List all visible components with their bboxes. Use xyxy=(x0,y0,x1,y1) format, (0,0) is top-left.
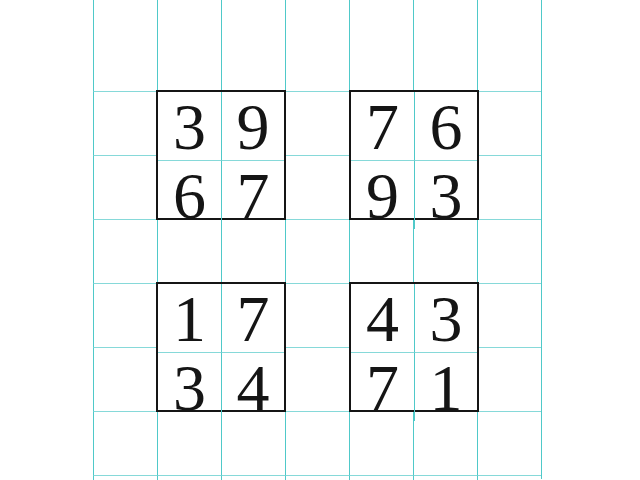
grid-cell xyxy=(93,347,157,411)
grid-cell xyxy=(285,283,349,347)
grid-cell xyxy=(157,0,221,91)
grid-cell xyxy=(477,155,541,219)
cell-bottom-left-r1c1: 1 xyxy=(158,284,221,352)
number-box-top-left: 3 9 6 7 xyxy=(156,90,286,220)
grid-cell xyxy=(349,0,413,91)
puzzle-stage: 3 9 6 7 7 6 9 3 1 7 3 4 4 3 7 1 xyxy=(0,0,640,480)
grid-cell xyxy=(477,411,541,475)
cell-top-right-r2c2: 3 xyxy=(414,160,477,229)
grid-cell xyxy=(285,91,349,155)
grid-cell xyxy=(93,91,157,155)
grid-cell xyxy=(285,155,349,219)
grid-cell xyxy=(285,0,349,91)
cell-top-right-r1c2: 6 xyxy=(414,92,477,160)
grid-cell xyxy=(93,219,157,283)
cell-top-left-r1c1: 3 xyxy=(158,92,221,160)
grid-cell xyxy=(349,475,413,480)
grid-cell xyxy=(93,411,157,475)
cell-bottom-right-r2c1: 7 xyxy=(351,352,414,421)
grid-cell xyxy=(477,0,541,91)
grid-cell xyxy=(477,219,541,283)
grid-cell xyxy=(221,475,285,480)
cell-top-left-r2c2: 7 xyxy=(221,160,284,229)
grid-cell xyxy=(285,411,349,475)
grid-cell xyxy=(93,283,157,347)
cell-bottom-right-r1c1: 4 xyxy=(351,284,414,352)
cell-top-left-r1c2: 9 xyxy=(221,92,284,160)
cell-bottom-right-r1c2: 3 xyxy=(414,284,477,352)
grid-cell xyxy=(93,155,157,219)
grid-cell xyxy=(477,347,541,411)
cell-top-left-r2c1: 6 xyxy=(158,160,221,229)
number-box-bottom-left: 1 7 3 4 xyxy=(156,282,286,412)
number-box-top-right: 7 6 9 3 xyxy=(349,90,479,220)
grid-cell xyxy=(477,91,541,155)
grid-cell xyxy=(413,0,477,91)
grid-cell xyxy=(285,347,349,411)
grid-cell xyxy=(413,475,477,480)
grid-cell xyxy=(93,475,157,480)
grid-cell xyxy=(221,0,285,91)
grid-cell xyxy=(285,219,349,283)
cell-bottom-right-r2c2: 1 xyxy=(414,352,477,421)
cell-bottom-left-r2c1: 3 xyxy=(158,352,221,421)
grid-cell xyxy=(157,475,221,480)
cell-bottom-left-r2c2: 4 xyxy=(221,352,284,421)
grid-cell xyxy=(285,475,349,480)
cell-top-right-r2c1: 9 xyxy=(351,160,414,229)
grid-cell xyxy=(477,475,541,480)
grid-cell xyxy=(477,283,541,347)
cell-top-right-r1c1: 7 xyxy=(351,92,414,160)
number-box-bottom-right: 4 3 7 1 xyxy=(349,282,479,412)
grid-cell xyxy=(93,0,157,91)
cell-bottom-left-r1c2: 7 xyxy=(221,284,284,352)
